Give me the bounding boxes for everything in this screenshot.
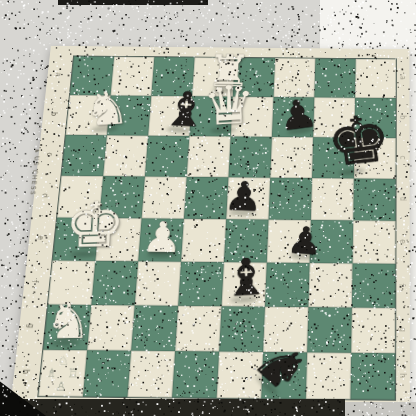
- brand-text: US CHESS: [28, 156, 40, 196]
- corner-emblem-h1: ♘♗♖♙: [41, 354, 87, 398]
- square-f6[interactable]: [265, 263, 310, 308]
- piece-white-pawn-e3[interactable]: ♟: [139, 215, 185, 259]
- square-h4[interactable]: [172, 351, 219, 398]
- square-f3[interactable]: [135, 261, 181, 306]
- file-label-left-f: f: [30, 280, 39, 283]
- file-label-right-g: g: [398, 327, 407, 332]
- file-label-left-a: a: [54, 73, 63, 77]
- square-c4[interactable]: [187, 136, 231, 177]
- file-label-right-e: e: [398, 239, 407, 243]
- square-e4[interactable]: [181, 219, 226, 262]
- square-a7[interactable]: [314, 58, 355, 97]
- table-edge-bottom: [0, 399, 345, 416]
- board-brand: ♞US CHESS: [33, 149, 42, 161]
- square-d6[interactable]: [269, 178, 313, 220]
- square-g3[interactable]: [131, 305, 178, 351]
- emblem-piece-icon-1: ♗: [45, 367, 58, 379]
- square-h8[interactable]: [350, 353, 395, 400]
- square-g4[interactable]: [175, 306, 221, 352]
- piece-black-pawn-b6[interactable]: ♟: [275, 92, 321, 137]
- table-bottom-right: [345, 402, 416, 416]
- square-h3[interactable]: [127, 351, 175, 398]
- square-d8[interactable]: [353, 178, 395, 220]
- file-label-left-d: d: [40, 193, 49, 197]
- file-label-right-f: f: [397, 284, 406, 287]
- piece-black-king-c7[interactable]: ♚: [323, 107, 373, 178]
- piece-white-king-e1[interactable]: ♚: [63, 192, 109, 258]
- brand-logo-icon: ♞: [34, 149, 41, 155]
- piece-black-pawn-e6[interactable]: ♟: [282, 220, 328, 262]
- file-label-right-h: h: [398, 373, 407, 378]
- square-c6[interactable]: [270, 137, 313, 178]
- piece-black-pawn-d5[interactable]: ♟: [221, 175, 266, 218]
- square-c5[interactable]: [228, 136, 271, 177]
- square-h2[interactable]: [83, 350, 131, 397]
- emblem-piece-icon-3: ♙: [55, 380, 68, 393]
- square-c2[interactable]: [103, 135, 148, 176]
- file-label-right-c: c: [398, 156, 406, 160]
- square-g2[interactable]: [87, 305, 135, 351]
- square-c3[interactable]: [145, 136, 189, 177]
- file-label-left-c: c: [45, 152, 54, 156]
- square-f7[interactable]: [308, 263, 352, 308]
- square-g7[interactable]: [307, 307, 352, 353]
- piece-white-knight-g1[interactable]: ♞: [43, 295, 91, 347]
- piece-white-queen-b4[interactable]: ♛: [202, 77, 244, 135]
- file-label-left-h: h: [21, 369, 30, 374]
- piece-black-bishop-b3[interactable]: ♝: [159, 84, 206, 135]
- piece-black-bishop-f5[interactable]: ♝: [222, 251, 266, 305]
- square-e8[interactable]: [353, 220, 396, 263]
- square-f8[interactable]: [352, 263, 396, 308]
- file-label-left-g: g: [26, 324, 35, 329]
- file-label-right-b: b: [399, 115, 407, 119]
- square-f2[interactable]: [91, 261, 138, 305]
- square-g5[interactable]: [219, 306, 265, 352]
- file-label-right-d: d: [398, 197, 406, 201]
- square-a8[interactable]: [355, 59, 396, 98]
- piece-white-knight-b1[interactable]: ♞: [84, 84, 125, 134]
- chess-board: ♞US CHESS ♘♗♖♙ aabbccddeeffgghh12345678♜…: [8, 46, 410, 416]
- file-label-right-a: a: [399, 76, 407, 80]
- file-label-left-b: b: [49, 112, 58, 116]
- table-edge-top: [58, 0, 208, 5]
- emblem-piece-icon-2: ♖: [67, 367, 80, 379]
- photo-scene: ♞US CHESS ♘♗♖♙ aabbccddeeffgghh12345678♜…: [0, 0, 416, 416]
- square-c1[interactable]: [61, 135, 106, 176]
- square-f4[interactable]: [178, 262, 224, 307]
- square-g8[interactable]: [351, 308, 395, 354]
- file-label-left-e: e: [36, 236, 45, 240]
- square-d7[interactable]: [311, 178, 354, 220]
